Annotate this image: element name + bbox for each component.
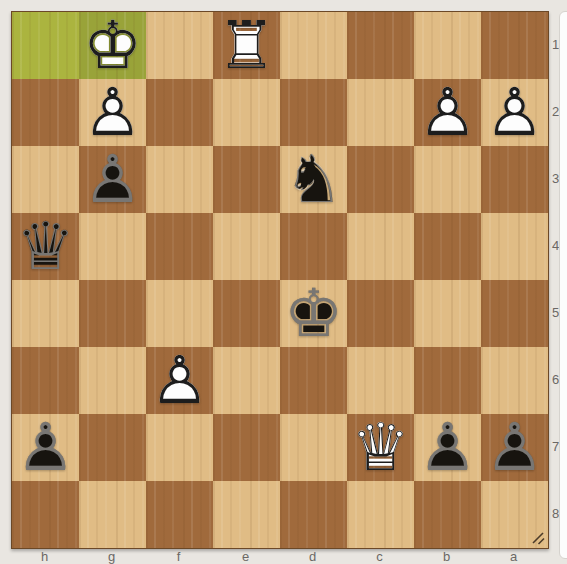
square-b8[interactable] <box>414 481 481 548</box>
square-d2[interactable] <box>280 79 347 146</box>
white-rook-outline: ♖ <box>213 12 280 79</box>
black-pawn[interactable]: ♟♙ <box>12 414 79 481</box>
square-b3[interactable] <box>414 146 481 213</box>
black-queen-outline: ♕ <box>12 213 79 280</box>
white-queen-outline: ♕ <box>347 414 414 481</box>
square-g3[interactable]: ♟♙ <box>79 146 146 213</box>
file-label-b: b <box>413 549 480 564</box>
square-b2[interactable]: ♟♙ <box>414 79 481 146</box>
square-f2[interactable] <box>146 79 213 146</box>
white-pawn[interactable]: ♟♙ <box>481 79 548 146</box>
scrollbar[interactable] <box>559 11 567 559</box>
file-label-a: a <box>480 549 547 564</box>
square-d3[interactable]: ♞♘ <box>280 146 347 213</box>
square-e2[interactable] <box>213 79 280 146</box>
square-h3[interactable] <box>12 146 79 213</box>
square-a1[interactable] <box>481 12 548 79</box>
board-squares: ♚♔♜♖♟♙♟♙♟♙♟♙♞♘♛♕♚♔♟♙♟♙♛♕♟♙♟♙ <box>12 12 548 548</box>
square-h5[interactable] <box>12 280 79 347</box>
square-c4[interactable] <box>347 213 414 280</box>
black-pawn[interactable]: ♟♙ <box>414 414 481 481</box>
square-f5[interactable] <box>146 280 213 347</box>
file-coordinate-labels: hgfedcba <box>11 549 549 564</box>
white-pawn-outline: ♙ <box>146 347 213 414</box>
square-h7[interactable]: ♟♙ <box>12 414 79 481</box>
black-pawn-outline: ♙ <box>481 414 548 481</box>
white-queen[interactable]: ♛♕ <box>347 414 414 481</box>
white-pawn-outline: ♙ <box>79 79 146 146</box>
black-queen[interactable]: ♛♕ <box>12 213 79 280</box>
white-pawn-outline: ♙ <box>481 79 548 146</box>
square-f7[interactable] <box>146 414 213 481</box>
square-a2[interactable]: ♟♙ <box>481 79 548 146</box>
square-g1[interactable]: ♚♔ <box>79 12 146 79</box>
white-pawn[interactable]: ♟♙ <box>146 347 213 414</box>
square-b5[interactable] <box>414 280 481 347</box>
square-h1[interactable] <box>12 12 79 79</box>
square-h8[interactable] <box>12 481 79 548</box>
chess-board: ♚♔♜♖♟♙♟♙♟♙♟♙♞♘♛♕♚♔♟♙♟♙♛♕♟♙♟♙ <box>11 11 549 549</box>
square-f6[interactable]: ♟♙ <box>146 347 213 414</box>
square-b7[interactable]: ♟♙ <box>414 414 481 481</box>
square-f3[interactable] <box>146 146 213 213</box>
square-b4[interactable] <box>414 213 481 280</box>
square-g7[interactable] <box>79 414 146 481</box>
square-g8[interactable] <box>79 481 146 548</box>
black-king[interactable]: ♚♔ <box>280 280 347 347</box>
square-c7[interactable]: ♛♕ <box>347 414 414 481</box>
square-d6[interactable] <box>280 347 347 414</box>
black-pawn-outline: ♙ <box>12 414 79 481</box>
white-pawn[interactable]: ♟♙ <box>79 79 146 146</box>
white-pawn[interactable]: ♟♙ <box>414 79 481 146</box>
file-label-d: d <box>279 549 346 564</box>
square-e7[interactable] <box>213 414 280 481</box>
square-f4[interactable] <box>146 213 213 280</box>
square-a7[interactable]: ♟♙ <box>481 414 548 481</box>
square-g2[interactable]: ♟♙ <box>79 79 146 146</box>
file-label-g: g <box>78 549 145 564</box>
square-b1[interactable] <box>414 12 481 79</box>
black-knight[interactable]: ♞♘ <box>280 146 347 213</box>
square-a6[interactable] <box>481 347 548 414</box>
square-a3[interactable] <box>481 146 548 213</box>
square-c3[interactable] <box>347 146 414 213</box>
black-pawn[interactable]: ♟♙ <box>79 146 146 213</box>
white-pawn-outline: ♙ <box>414 79 481 146</box>
square-g5[interactable] <box>79 280 146 347</box>
file-label-e: e <box>212 549 279 564</box>
file-label-f: f <box>145 549 212 564</box>
black-pawn-outline: ♙ <box>79 146 146 213</box>
square-e5[interactable] <box>213 280 280 347</box>
square-e6[interactable] <box>213 347 280 414</box>
square-a5[interactable] <box>481 280 548 347</box>
square-d8[interactable] <box>280 481 347 548</box>
black-knight-outline: ♘ <box>280 146 347 213</box>
square-h4[interactable]: ♛♕ <box>12 213 79 280</box>
white-rook[interactable]: ♜♖ <box>213 12 280 79</box>
square-g6[interactable] <box>79 347 146 414</box>
square-d7[interactable] <box>280 414 347 481</box>
square-c1[interactable] <box>347 12 414 79</box>
black-king-outline: ♔ <box>280 280 347 347</box>
black-pawn-outline: ♙ <box>414 414 481 481</box>
square-d5[interactable]: ♚♔ <box>280 280 347 347</box>
white-king-outline: ♔ <box>79 12 146 79</box>
square-f1[interactable] <box>146 12 213 79</box>
square-b6[interactable] <box>414 347 481 414</box>
black-pawn[interactable]: ♟♙ <box>481 414 548 481</box>
square-e4[interactable] <box>213 213 280 280</box>
square-c5[interactable] <box>347 280 414 347</box>
file-label-c: c <box>346 549 413 564</box>
square-e3[interactable] <box>213 146 280 213</box>
square-c8[interactable] <box>347 481 414 548</box>
square-c2[interactable] <box>347 79 414 146</box>
square-g4[interactable] <box>79 213 146 280</box>
square-d4[interactable] <box>280 213 347 280</box>
square-e8[interactable] <box>213 481 280 548</box>
square-a4[interactable] <box>481 213 548 280</box>
file-label-h: h <box>11 549 78 564</box>
square-h2[interactable] <box>12 79 79 146</box>
square-f8[interactable] <box>146 481 213 548</box>
square-h6[interactable] <box>12 347 79 414</box>
square-c6[interactable] <box>347 347 414 414</box>
board-resize-handle-icon[interactable] <box>530 530 546 546</box>
square-e1[interactable]: ♜♖ <box>213 12 280 79</box>
white-king[interactable]: ♚♔ <box>79 12 146 79</box>
square-d1[interactable] <box>280 12 347 79</box>
